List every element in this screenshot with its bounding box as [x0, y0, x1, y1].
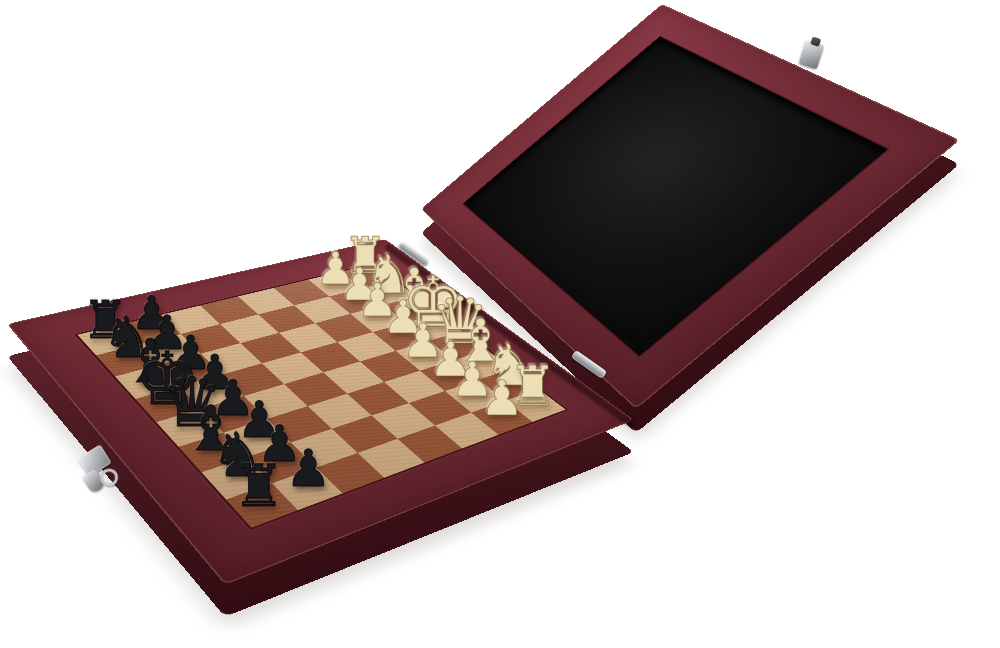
clasp-catch — [799, 40, 825, 70]
chess-box-scene: ♜♞♝♚♛♝♞♜♟♟♟♟♟♟♟♟♟♟♟♟♟♟♟♟♜♞♝♚♛♝♞♜ — [0, 0, 1000, 648]
piece-white-pawn: ♟ — [480, 374, 524, 423]
piece-black-pawn: ♟ — [286, 443, 332, 494]
piece-black-rook: ♜ — [233, 457, 285, 515]
